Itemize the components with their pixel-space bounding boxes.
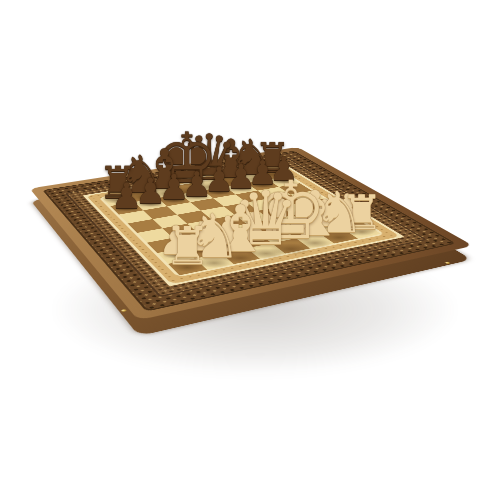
brass-pin <box>444 262 450 264</box>
chess-set-photo: ♜♞♝♚♛♝♞♜♟♟♟♟♟♟♟♟♟♟♟♟♟♟♟♟♜♞♝♛♚♝♞♜ <box>0 0 500 500</box>
brass-pin <box>121 309 127 312</box>
white-rook-a1[interactable]: ♜ <box>164 220 211 272</box>
black-pawn-a7[interactable]: ♟ <box>111 178 143 213</box>
